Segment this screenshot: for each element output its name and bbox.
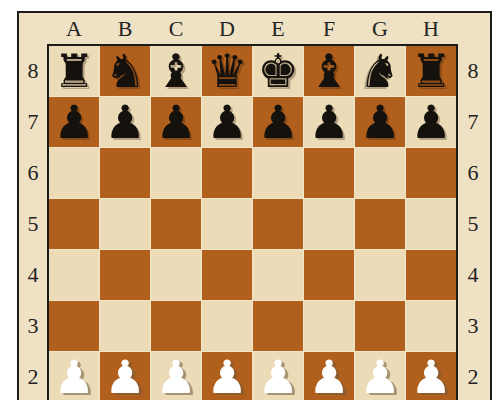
square-c6[interactable] — [151, 148, 201, 198]
square-b3[interactable] — [100, 301, 150, 351]
square-e2[interactable]: ♟ — [253, 352, 303, 400]
square-d2[interactable]: ♟ — [202, 352, 252, 400]
square-g3[interactable] — [355, 301, 405, 351]
piece-black-king: ♚ — [257, 48, 298, 94]
square-c8[interactable]: ♝ — [151, 46, 201, 96]
piece-black-pawn: ♟ — [155, 99, 196, 145]
square-f5[interactable] — [304, 199, 354, 249]
square-b6[interactable] — [100, 148, 150, 198]
chessboard: ♜♞♝♛♚♝♞♜♟♟♟♟♟♟♟♟♟♟♟♟♟♟♟♟♜♞♝♛♚♝♞♜ — [49, 46, 456, 400]
piece-black-rook: ♜ — [410, 48, 451, 94]
rank-label-right-4: 4 — [458, 250, 488, 300]
piece-white-pawn: ♟ — [308, 354, 349, 400]
square-e7[interactable]: ♟ — [253, 97, 303, 147]
piece-white-pawn: ♟ — [53, 354, 94, 400]
square-a8[interactable]: ♜ — [49, 46, 99, 96]
file-labels: ABCDEFGH — [49, 13, 456, 44]
square-b2[interactable]: ♟ — [100, 352, 150, 400]
square-g5[interactable] — [355, 199, 405, 249]
board-border: ♜♞♝♛♚♝♞♜♟♟♟♟♟♟♟♟♟♟♟♟♟♟♟♟♜♞♝♛♚♝♞♜ — [47, 44, 458, 400]
piece-black-knight: ♞ — [359, 48, 400, 94]
file-label-g: G — [355, 13, 405, 44]
piece-white-pawn: ♟ — [257, 354, 298, 400]
square-e6[interactable] — [253, 148, 303, 198]
rank-label-right-7: 7 — [458, 97, 488, 147]
rank-label-right-5: 5 — [458, 199, 488, 249]
square-g4[interactable] — [355, 250, 405, 300]
square-f7[interactable]: ♟ — [304, 97, 354, 147]
rank-labels-right: 8765432 — [458, 46, 488, 400]
square-f6[interactable] — [304, 148, 354, 198]
square-f8[interactable]: ♝ — [304, 46, 354, 96]
rank-label-left-7: 7 — [19, 97, 47, 147]
piece-black-pawn: ♟ — [53, 99, 94, 145]
square-b4[interactable] — [100, 250, 150, 300]
square-d4[interactable] — [202, 250, 252, 300]
square-h6[interactable] — [406, 148, 456, 198]
square-d5[interactable] — [202, 199, 252, 249]
square-g2[interactable]: ♟ — [355, 352, 405, 400]
square-a3[interactable] — [49, 301, 99, 351]
square-h4[interactable] — [406, 250, 456, 300]
rank-label-left-2: 2 — [19, 352, 47, 400]
square-d3[interactable] — [202, 301, 252, 351]
rank-label-left-4: 4 — [19, 250, 47, 300]
square-e8[interactable]: ♚ — [253, 46, 303, 96]
piece-black-pawn: ♟ — [257, 99, 298, 145]
piece-white-pawn: ♟ — [206, 354, 247, 400]
square-a7[interactable]: ♟ — [49, 97, 99, 147]
rank-labels-left: 8765432 — [19, 46, 47, 400]
board-frame: ABCDEFGH 8765432 8765432 ♜♞♝♛♚♝♞♜♟♟♟♟♟♟♟… — [17, 11, 492, 400]
file-label-c: C — [151, 13, 201, 44]
square-c5[interactable] — [151, 199, 201, 249]
square-g6[interactable] — [355, 148, 405, 198]
rank-label-right-8: 8 — [458, 46, 488, 96]
square-e5[interactable] — [253, 199, 303, 249]
square-c4[interactable] — [151, 250, 201, 300]
piece-black-bishop: ♝ — [155, 48, 196, 94]
rank-label-left-5: 5 — [19, 199, 47, 249]
piece-black-pawn: ♟ — [308, 99, 349, 145]
file-label-a: A — [49, 13, 99, 44]
square-c7[interactable]: ♟ — [151, 97, 201, 147]
piece-white-pawn: ♟ — [155, 354, 196, 400]
square-b5[interactable] — [100, 199, 150, 249]
rank-label-right-2: 2 — [458, 352, 488, 400]
file-label-e: E — [253, 13, 303, 44]
file-label-d: D — [202, 13, 252, 44]
piece-white-pawn: ♟ — [104, 354, 145, 400]
square-h7[interactable]: ♟ — [406, 97, 456, 147]
square-b8[interactable]: ♞ — [100, 46, 150, 96]
file-label-h: H — [406, 13, 456, 44]
square-a4[interactable] — [49, 250, 99, 300]
piece-black-pawn: ♟ — [410, 99, 451, 145]
square-h5[interactable] — [406, 199, 456, 249]
square-a5[interactable] — [49, 199, 99, 249]
square-e4[interactable] — [253, 250, 303, 300]
square-c3[interactable] — [151, 301, 201, 351]
rank-label-right-6: 6 — [458, 148, 488, 198]
square-a2[interactable]: ♟ — [49, 352, 99, 400]
square-f2[interactable]: ♟ — [304, 352, 354, 400]
square-e3[interactable] — [253, 301, 303, 351]
square-g8[interactable]: ♞ — [355, 46, 405, 96]
piece-black-knight: ♞ — [104, 48, 145, 94]
piece-black-bishop: ♝ — [308, 48, 349, 94]
rank-label-left-3: 3 — [19, 301, 47, 351]
piece-black-pawn: ♟ — [104, 99, 145, 145]
square-d6[interactable] — [202, 148, 252, 198]
piece-white-pawn: ♟ — [410, 354, 451, 400]
square-h8[interactable]: ♜ — [406, 46, 456, 96]
file-label-f: F — [304, 13, 354, 44]
square-c2[interactable]: ♟ — [151, 352, 201, 400]
piece-black-pawn: ♟ — [359, 99, 400, 145]
square-h3[interactable] — [406, 301, 456, 351]
piece-black-queen: ♛ — [206, 48, 247, 94]
square-a6[interactable] — [49, 148, 99, 198]
piece-black-rook: ♜ — [53, 48, 94, 94]
square-d7[interactable]: ♟ — [202, 97, 252, 147]
square-h2[interactable]: ♟ — [406, 352, 456, 400]
rank-label-left-6: 6 — [19, 148, 47, 198]
rank-label-left-8: 8 — [19, 46, 47, 96]
square-b7[interactable]: ♟ — [100, 97, 150, 147]
file-label-b: B — [100, 13, 150, 44]
piece-black-pawn: ♟ — [206, 99, 247, 145]
square-d8[interactable]: ♛ — [202, 46, 252, 96]
piece-white-pawn: ♟ — [359, 354, 400, 400]
square-g7[interactable]: ♟ — [355, 97, 405, 147]
square-f4[interactable] — [304, 250, 354, 300]
square-f3[interactable] — [304, 301, 354, 351]
rank-label-right-3: 3 — [458, 301, 488, 351]
